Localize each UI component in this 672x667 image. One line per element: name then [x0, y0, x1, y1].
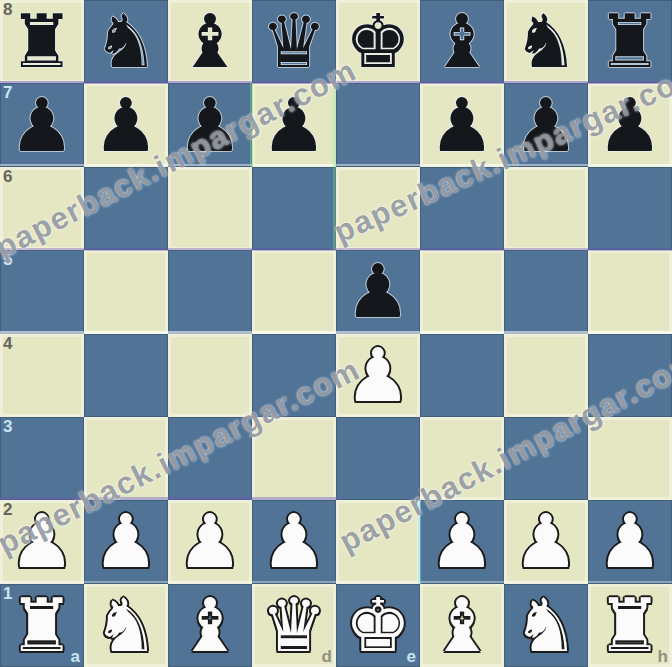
square-f6[interactable]	[420, 167, 504, 250]
square-d3[interactable]	[252, 417, 336, 500]
white-bishop-c1: ♝	[177, 584, 243, 667]
black-rook-a8: ♜	[9, 0, 75, 83]
white-king-e1: ♚	[345, 584, 411, 667]
square-d6[interactable]	[252, 167, 336, 250]
square-e8[interactable]: ♚	[336, 0, 420, 83]
white-pawn-g2: ♟	[513, 500, 579, 583]
square-e2[interactable]	[336, 500, 420, 583]
rank-label-1: 1	[3, 585, 12, 602]
square-a6[interactable]: 6	[0, 167, 84, 250]
square-c1[interactable]: ♝	[168, 584, 252, 667]
square-f8[interactable]: ♝	[420, 0, 504, 83]
rank-label-3: 3	[3, 418, 12, 435]
rank-label-6: 6	[3, 168, 12, 185]
square-c5[interactable]	[168, 250, 252, 333]
white-knight-b1: ♞	[93, 584, 159, 667]
white-queen-d1: ♛	[261, 584, 327, 667]
square-b4[interactable]	[84, 334, 168, 417]
rank-label-2: 2	[3, 501, 12, 518]
file-label-d: d	[322, 648, 332, 665]
black-bishop-f8: ♝	[429, 0, 495, 83]
square-f4[interactable]	[420, 334, 504, 417]
black-pawn-e5: ♟	[345, 250, 411, 333]
white-knight-g1: ♞	[513, 584, 579, 667]
square-a1[interactable]: ♜1a	[0, 584, 84, 667]
rank-label-5: 5	[3, 251, 12, 268]
square-d2[interactable]: ♟	[252, 500, 336, 583]
square-g3[interactable]	[504, 417, 588, 500]
square-g5[interactable]	[504, 250, 588, 333]
rank-label-7: 7	[3, 84, 12, 101]
square-f1[interactable]: ♝	[420, 584, 504, 667]
black-king-e8: ♚	[345, 0, 411, 83]
square-a8[interactable]: ♜8	[0, 0, 84, 83]
white-pawn-f2: ♟	[429, 500, 495, 583]
black-pawn-b7: ♟	[93, 84, 159, 167]
square-b1[interactable]: ♞	[84, 584, 168, 667]
square-b8[interactable]: ♞	[84, 0, 168, 83]
square-b6[interactable]	[84, 167, 168, 250]
rank-label-8: 8	[3, 1, 12, 18]
square-h6[interactable]	[588, 167, 672, 250]
square-a4[interactable]: 4	[0, 334, 84, 417]
file-label-h: h	[658, 648, 668, 665]
chessboard-grid: ♜8♞♝♛♚♝♞♜♟7♟♟♟♟♟♟65♟4♟3♟2♟♟♟♟♟♟♜1a♞♝♛d♚e…	[0, 0, 672, 667]
square-e5[interactable]: ♟	[336, 250, 420, 333]
black-knight-b8: ♞	[93, 0, 159, 83]
white-pawn-d2: ♟	[261, 500, 327, 583]
white-rook-h1: ♜	[597, 584, 663, 667]
square-f7[interactable]: ♟	[420, 83, 504, 166]
black-pawn-a7: ♟	[9, 84, 75, 167]
square-h2[interactable]: ♟	[588, 500, 672, 583]
square-c6[interactable]	[168, 167, 252, 250]
square-g1[interactable]: ♞	[504, 584, 588, 667]
square-a3[interactable]: 3	[0, 417, 84, 500]
file-label-a: a	[71, 648, 80, 665]
square-c2[interactable]: ♟	[168, 500, 252, 583]
white-pawn-b2: ♟	[93, 500, 159, 583]
square-d5[interactable]	[252, 250, 336, 333]
square-e6[interactable]	[336, 167, 420, 250]
square-e4[interactable]: ♟	[336, 334, 420, 417]
black-pawn-h7: ♟	[597, 84, 663, 167]
square-d8[interactable]: ♛	[252, 0, 336, 83]
square-g8[interactable]: ♞	[504, 0, 588, 83]
square-c8[interactable]: ♝	[168, 0, 252, 83]
square-h1[interactable]: ♜h	[588, 584, 672, 667]
square-g7[interactable]: ♟	[504, 83, 588, 166]
square-b2[interactable]: ♟	[84, 500, 168, 583]
black-pawn-d7: ♟	[261, 84, 327, 167]
white-pawn-a2: ♟	[9, 500, 75, 583]
square-h4[interactable]	[588, 334, 672, 417]
square-d7[interactable]: ♟	[252, 83, 336, 166]
square-g2[interactable]: ♟	[504, 500, 588, 583]
square-f5[interactable]	[420, 250, 504, 333]
black-pawn-g7: ♟	[513, 84, 579, 167]
square-h7[interactable]: ♟	[588, 83, 672, 166]
square-f3[interactable]	[420, 417, 504, 500]
square-b7[interactable]: ♟	[84, 83, 168, 166]
black-knight-g8: ♞	[513, 0, 579, 83]
black-pawn-f7: ♟	[429, 84, 495, 167]
square-h3[interactable]	[588, 417, 672, 500]
black-bishop-c8: ♝	[177, 0, 243, 83]
white-rook-a1: ♜	[9, 584, 75, 667]
square-g4[interactable]	[504, 334, 588, 417]
white-bishop-f1: ♝	[429, 584, 495, 667]
square-a5[interactable]: 5	[0, 250, 84, 333]
square-e7[interactable]	[336, 83, 420, 166]
square-a7[interactable]: ♟7	[0, 83, 84, 166]
square-c3[interactable]	[168, 417, 252, 500]
square-b5[interactable]	[84, 250, 168, 333]
white-pawn-c2: ♟	[177, 500, 243, 583]
square-h5[interactable]	[588, 250, 672, 333]
square-a2[interactable]: ♟2	[0, 500, 84, 583]
square-g6[interactable]	[504, 167, 588, 250]
black-pawn-c7: ♟	[177, 84, 243, 167]
black-rook-h8: ♜	[597, 0, 663, 83]
square-f2[interactable]: ♟	[420, 500, 504, 583]
black-queen-d8: ♛	[261, 0, 327, 83]
square-d4[interactable]	[252, 334, 336, 417]
file-label-e: e	[407, 648, 416, 665]
square-e3[interactable]	[336, 417, 420, 500]
rank-label-4: 4	[3, 335, 12, 352]
square-b3[interactable]	[84, 417, 168, 500]
square-h8[interactable]: ♜	[588, 0, 672, 83]
white-pawn-h2: ♟	[597, 500, 663, 583]
square-e1[interactable]: ♚e	[336, 584, 420, 667]
chess-diagram: ♜8♞♝♛♚♝♞♜♟7♟♟♟♟♟♟65♟4♟3♟2♟♟♟♟♟♟♜1a♞♝♛d♚e…	[0, 0, 672, 667]
white-pawn-e4: ♟	[345, 334, 411, 417]
square-d1[interactable]: ♛d	[252, 584, 336, 667]
square-c4[interactable]	[168, 334, 252, 417]
square-c7[interactable]: ♟	[168, 83, 252, 166]
